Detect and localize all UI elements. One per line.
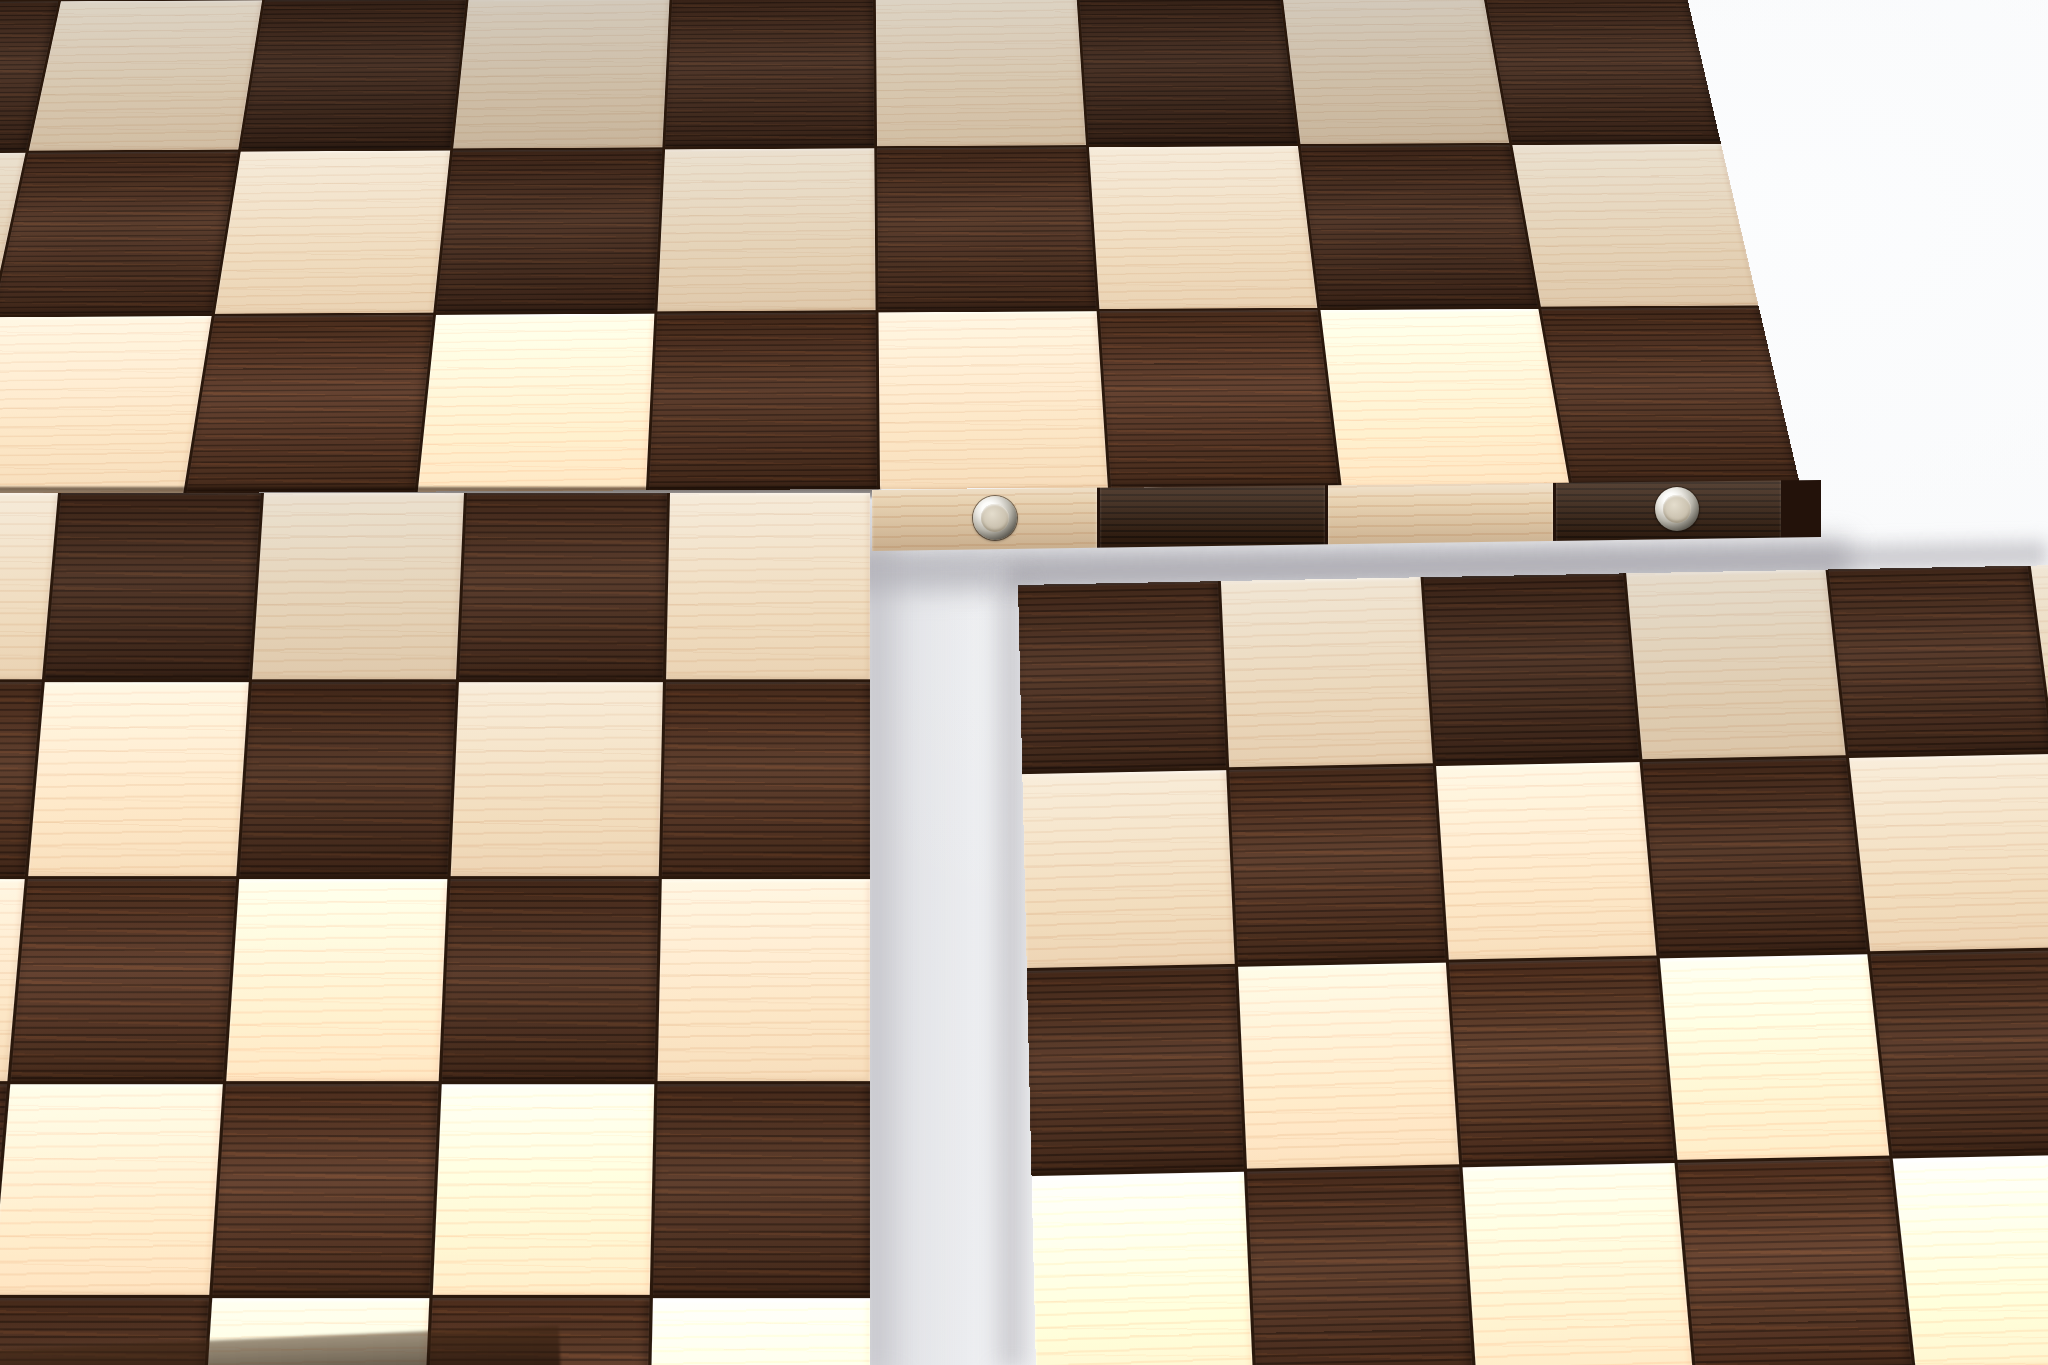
board-square-dark (1449, 958, 1674, 1164)
board-square-dark (1100, 310, 1339, 488)
board-row (1032, 1150, 2048, 1365)
board-square-dark (45, 493, 261, 679)
board-square-dark (186, 315, 433, 493)
board-square-dark (1643, 758, 1867, 955)
edge-square-face-dark (1100, 476, 1325, 554)
board-square-light (1221, 577, 1433, 767)
board-row (0, 1084, 870, 1295)
board-square-light (666, 493, 870, 679)
board-row (1027, 946, 2048, 1173)
board-square-light (876, 0, 1086, 146)
board-square-dark (1541, 308, 1800, 485)
board-square-dark (1486, 0, 1721, 143)
board-square-light (1660, 954, 1889, 1160)
board-square-light (451, 682, 663, 876)
connector-magnet-core (981, 504, 1009, 532)
board-square-light (1893, 1154, 2048, 1365)
board-square-dark (1828, 566, 2048, 755)
board-square-light (0, 1084, 223, 1295)
board-square-dark (0, 152, 238, 315)
attached-quarter-board (0, 493, 870, 1365)
board-square-light (418, 314, 655, 492)
board-square-light (215, 151, 450, 314)
board-row (0, 493, 870, 679)
board-square-dark (649, 312, 877, 490)
board-square-dark (1870, 950, 2048, 1155)
board-square-light (252, 493, 464, 679)
connector-magnet-core (1663, 495, 1691, 523)
connector-magnet (1655, 487, 1699, 531)
board-square-light (226, 879, 447, 1081)
board-square-light (1032, 1172, 1254, 1365)
studio-photo-scene (0, 0, 2048, 1365)
board-row (0, 682, 870, 876)
board-row (0, 144, 1758, 317)
board-square-light (1512, 144, 1758, 307)
board-square-dark (665, 0, 874, 147)
board-square-dark (1424, 573, 1640, 763)
main-board-half (0, 0, 1800, 497)
board-square-dark (877, 147, 1096, 310)
board-square-light (657, 148, 875, 311)
board-square-dark (662, 682, 870, 876)
board-row (0, 879, 870, 1081)
board-square-light (1626, 570, 1846, 760)
board-square-light (878, 311, 1107, 489)
board-row (1022, 750, 2048, 968)
board-square-light (0, 316, 212, 494)
board-square-light (1320, 309, 1569, 487)
board-square-light (1283, 0, 1510, 144)
board-square-dark (212, 1084, 438, 1295)
board-square-dark (1018, 581, 1226, 771)
board-square-light (453, 0, 669, 148)
board-square-light (1849, 754, 2048, 951)
board-row (0, 0, 1721, 153)
board-square-light (433, 1084, 655, 1295)
board-square-light (1463, 1163, 1693, 1365)
board-square-dark (436, 149, 662, 312)
board-square-dark (1229, 766, 1445, 964)
board-square-dark (1678, 1159, 1913, 1365)
board-square-dark (1247, 1167, 1473, 1365)
board-square-dark (1079, 0, 1298, 145)
board-square-light (28, 682, 249, 876)
board-square-light (1436, 762, 1656, 960)
board-row (1018, 562, 2048, 771)
board-square-light (29, 0, 262, 150)
board-square-dark (653, 1084, 870, 1295)
board-square-light (648, 1298, 870, 1365)
board-square-light (1238, 963, 1459, 1169)
board-square-light (1022, 770, 1234, 968)
board-square-dark (241, 0, 466, 150)
board-row (0, 308, 1800, 497)
board-square-light (658, 879, 870, 1081)
board-square-dark (442, 879, 659, 1081)
detached-quarter-board (1018, 562, 2048, 1365)
board-square-dark (1301, 145, 1538, 308)
board-square-dark (1027, 967, 1244, 1173)
connector-magnet (973, 496, 1017, 540)
board-square-light (1089, 146, 1317, 309)
board-square-dark (11, 879, 237, 1081)
board-square-dark (459, 493, 667, 679)
board-square-dark (239, 682, 455, 876)
